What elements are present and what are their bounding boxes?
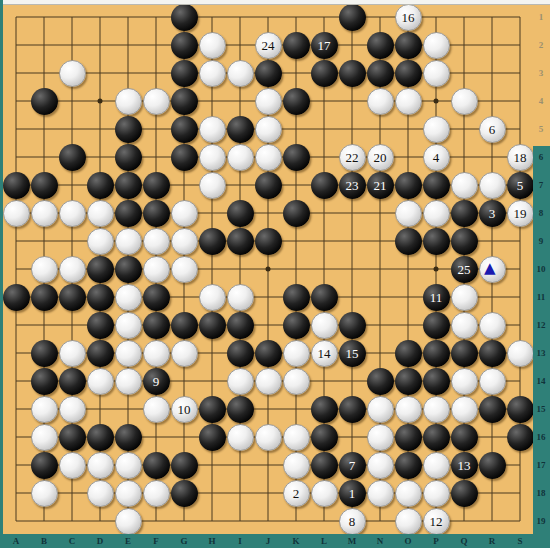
row-label-18: 18 [537, 488, 546, 498]
black-stone-K4 [283, 88, 310, 115]
black-stone-P13 [423, 340, 450, 367]
col-label-A: A [13, 536, 20, 546]
black-stone-P12 [423, 312, 450, 339]
frame-top-border [0, 0, 550, 5]
col-label-H: H [208, 536, 215, 546]
black-stone-H15 [199, 396, 226, 423]
move-number-label: 5 [517, 178, 524, 191]
col-label-P: P [433, 536, 439, 546]
move-number-label: 21 [374, 178, 387, 191]
black-stone-G3 [171, 60, 198, 87]
move-number-label: 18 [514, 150, 527, 163]
black-stone-N14 [367, 368, 394, 395]
black-stone-O2 [395, 32, 422, 59]
white-stone-L18 [311, 480, 338, 507]
white-stone-R5: 6 [479, 116, 506, 143]
black-stone-G17 [171, 452, 198, 479]
white-stone-K14 [283, 368, 310, 395]
move-number-label: 17 [318, 38, 331, 51]
black-stone-C16 [59, 424, 86, 451]
col-label-N: N [377, 536, 384, 546]
black-stone-L17 [311, 452, 338, 479]
right-coordinate-strip [533, 146, 550, 534]
row-label-15: 15 [537, 404, 546, 414]
col-label-D: D [97, 536, 104, 546]
white-stone-I16 [227, 424, 254, 451]
white-stone-S6: 18 [507, 144, 534, 171]
black-stone-P11: 11 [423, 284, 450, 311]
white-stone-Q12 [451, 312, 478, 339]
white-stone-N6: 20 [367, 144, 394, 171]
black-stone-I5 [227, 116, 254, 143]
go-board[interactable]: 1624176222041823215319251114159107132181… [3, 5, 534, 534]
white-stone-I3 [227, 60, 254, 87]
white-stone-D17 [87, 452, 114, 479]
row-label-4: 4 [539, 96, 544, 106]
white-stone-G13 [171, 340, 198, 367]
black-stone-I15 [227, 396, 254, 423]
black-stone-S15 [507, 396, 534, 423]
white-stone-R7 [479, 172, 506, 199]
col-label-G: G [180, 536, 187, 546]
white-stone-G15: 10 [171, 396, 198, 423]
white-stone-H5 [199, 116, 226, 143]
black-stone-F17 [143, 452, 170, 479]
row-label-16: 16 [537, 432, 546, 442]
row-label-2: 2 [539, 40, 544, 50]
white-stone-H3 [199, 60, 226, 87]
col-label-I: I [238, 536, 242, 546]
col-label-M: M [348, 536, 357, 546]
white-stone-G8 [171, 200, 198, 227]
white-stone-N17 [367, 452, 394, 479]
white-stone-P3 [423, 60, 450, 87]
black-stone-D10 [87, 256, 114, 283]
move-number-label: 20 [374, 150, 387, 163]
white-stone-N18 [367, 480, 394, 507]
black-stone-R15 [479, 396, 506, 423]
move-number-label: 13 [458, 458, 471, 471]
white-stone-B15 [31, 396, 58, 423]
col-label-J: J [266, 536, 271, 546]
black-stone-S7: 5 [507, 172, 534, 199]
move-number-label: 4 [433, 150, 440, 163]
move-number-label: 2 [293, 486, 300, 499]
move-number-label: 9 [153, 374, 160, 387]
black-stone-N7: 21 [367, 172, 394, 199]
black-stone-B7 [31, 172, 58, 199]
black-stone-C14 [59, 368, 86, 395]
black-stone-Q17: 13 [451, 452, 478, 479]
move-number-label: 14 [318, 346, 331, 359]
white-stone-H7 [199, 172, 226, 199]
black-stone-G6 [171, 144, 198, 171]
white-stone-E9 [115, 228, 142, 255]
white-stone-D9 [87, 228, 114, 255]
row-label-17: 17 [537, 460, 546, 470]
white-stone-B18 [31, 480, 58, 507]
black-stone-F7 [143, 172, 170, 199]
row-label-7: 7 [539, 180, 544, 190]
white-stone-P19: 12 [423, 508, 450, 535]
white-stone-A8 [3, 200, 30, 227]
black-stone-J3 [255, 60, 282, 87]
white-stone-S8: 19 [507, 200, 534, 227]
row-label-10: 10 [537, 264, 546, 274]
white-stone-Q14 [451, 368, 478, 395]
move-number-label: 11 [430, 290, 443, 303]
black-stone-K8 [283, 200, 310, 227]
black-stone-E8 [115, 200, 142, 227]
black-stone-E5 [115, 116, 142, 143]
white-stone-O19 [395, 508, 422, 535]
black-stone-Q16 [451, 424, 478, 451]
frame-left-border [0, 0, 3, 548]
white-stone-J14 [255, 368, 282, 395]
black-stone-M3 [339, 60, 366, 87]
white-stone-P6: 4 [423, 144, 450, 171]
white-stone-J4 [255, 88, 282, 115]
row-label-14: 14 [537, 376, 546, 386]
white-stone-M6: 22 [339, 144, 366, 171]
move-number-label: 25 [458, 262, 471, 275]
white-stone-F4 [143, 88, 170, 115]
white-stone-D8 [87, 200, 114, 227]
move-number-label: 6 [489, 122, 496, 135]
black-stone-F14: 9 [143, 368, 170, 395]
black-stone-M1 [339, 4, 366, 31]
white-stone-F18 [143, 480, 170, 507]
black-stone-G2 [171, 32, 198, 59]
white-stone-P5 [423, 116, 450, 143]
black-stone-G4 [171, 88, 198, 115]
black-stone-O7 [395, 172, 422, 199]
white-stone-F15 [143, 396, 170, 423]
black-stone-B17 [31, 452, 58, 479]
white-stone-Q15 [451, 396, 478, 423]
black-stone-L7 [311, 172, 338, 199]
black-stone-D16 [87, 424, 114, 451]
white-stone-O4 [395, 88, 422, 115]
black-stone-Q9 [451, 228, 478, 255]
black-stone-O3 [395, 60, 422, 87]
black-stone-H12 [199, 312, 226, 339]
white-stone-K16 [283, 424, 310, 451]
white-stone-F9 [143, 228, 170, 255]
white-stone-E18 [115, 480, 142, 507]
row-label-3: 3 [539, 68, 544, 78]
black-stone-E6 [115, 144, 142, 171]
black-stone-Q8 [451, 200, 478, 227]
black-stone-P14 [423, 368, 450, 395]
col-label-O: O [404, 536, 411, 546]
white-stone-D14 [87, 368, 114, 395]
col-label-L: L [321, 536, 327, 546]
black-stone-R8: 3 [479, 200, 506, 227]
white-stone-B16 [31, 424, 58, 451]
white-stone-N15 [367, 396, 394, 423]
row-label-12: 12 [537, 320, 546, 330]
black-stone-K6 [283, 144, 310, 171]
black-stone-J7 [255, 172, 282, 199]
white-stone-I14 [227, 368, 254, 395]
white-stone-L13: 14 [311, 340, 338, 367]
black-stone-J13 [255, 340, 282, 367]
white-stone-B10 [31, 256, 58, 283]
black-stone-R17 [479, 452, 506, 479]
black-stone-B4 [31, 88, 58, 115]
white-stone-H11 [199, 284, 226, 311]
white-stone-I6 [227, 144, 254, 171]
row-label-6: 6 [539, 152, 544, 162]
col-label-Q: Q [460, 536, 467, 546]
black-stone-M7: 23 [339, 172, 366, 199]
black-stone-H9 [199, 228, 226, 255]
black-stone-I9 [227, 228, 254, 255]
black-stone-Q10: 25 [451, 256, 478, 283]
white-stone-O1: 16 [395, 4, 422, 31]
white-stone-B8 [31, 200, 58, 227]
move-number-label: 8 [349, 514, 356, 527]
white-stone-E17 [115, 452, 142, 479]
black-stone-M12 [339, 312, 366, 339]
white-stone-C13 [59, 340, 86, 367]
black-stone-K2 [283, 32, 310, 59]
black-stone-D7 [87, 172, 114, 199]
white-stone-E14 [115, 368, 142, 395]
row-label-1: 1 [539, 12, 544, 22]
move-number-label: 3 [489, 206, 496, 219]
white-stone-R14 [479, 368, 506, 395]
white-stone-P8 [423, 200, 450, 227]
black-stone-L3 [311, 60, 338, 87]
row-label-13: 13 [537, 348, 546, 358]
black-stone-M17: 7 [339, 452, 366, 479]
black-stone-L11 [311, 284, 338, 311]
white-stone-Q11 [451, 284, 478, 311]
black-stone-P16 [423, 424, 450, 451]
black-stone-K11 [283, 284, 310, 311]
black-stone-C6 [59, 144, 86, 171]
black-stone-F12 [143, 312, 170, 339]
black-stone-E10 [115, 256, 142, 283]
col-label-S: S [517, 536, 522, 546]
white-stone-K13 [283, 340, 310, 367]
black-stone-G1 [171, 4, 198, 31]
white-stone-F10 [143, 256, 170, 283]
black-stone-G18 [171, 480, 198, 507]
col-label-E: E [125, 536, 131, 546]
black-stone-D12 [87, 312, 114, 339]
black-stone-N2 [367, 32, 394, 59]
black-stone-N3 [367, 60, 394, 87]
white-stone-P18 [423, 480, 450, 507]
black-stone-L15 [311, 396, 338, 423]
white-stone-O15 [395, 396, 422, 423]
black-stone-F8 [143, 200, 170, 227]
white-stone-G9 [171, 228, 198, 255]
white-stone-K18: 2 [283, 480, 310, 507]
black-stone-M13: 15 [339, 340, 366, 367]
black-stone-P9 [423, 228, 450, 255]
black-stone-E16 [115, 424, 142, 451]
white-stone-E19 [115, 508, 142, 535]
black-stone-O14 [395, 368, 422, 395]
white-stone-Q7 [451, 172, 478, 199]
move-number-label: 24 [262, 38, 275, 51]
white-stone-H2 [199, 32, 226, 59]
white-stone-Q4 [451, 88, 478, 115]
white-stone-H6 [199, 144, 226, 171]
row-label-5: 5 [539, 124, 544, 134]
go-board-screenshot: 1624176222041823215319251114159107132181… [0, 0, 550, 548]
move-number-label: 1 [349, 486, 356, 499]
white-stone-J5 [255, 116, 282, 143]
black-stone-D11 [87, 284, 114, 311]
black-stone-B14 [31, 368, 58, 395]
white-stone-C3 [59, 60, 86, 87]
white-stone-E13 [115, 340, 142, 367]
black-stone-F11 [143, 284, 170, 311]
white-stone-J16 [255, 424, 282, 451]
black-stone-J9 [255, 228, 282, 255]
black-stone-O17 [395, 452, 422, 479]
white-stone-C8 [59, 200, 86, 227]
white-stone-D18 [87, 480, 114, 507]
white-stone-J2: 24 [255, 32, 282, 59]
move-number-label: 15 [346, 346, 359, 359]
black-stone-A11 [3, 284, 30, 311]
row-label-9: 9 [539, 236, 544, 246]
black-stone-O9 [395, 228, 422, 255]
move-number-label: 19 [514, 206, 527, 219]
white-stone-J6 [255, 144, 282, 171]
col-label-R: R [489, 536, 496, 546]
black-stone-D13 [87, 340, 114, 367]
white-stone-K17 [283, 452, 310, 479]
move-number-label: 23 [346, 178, 359, 191]
white-stone-E4 [115, 88, 142, 115]
white-stone-C17 [59, 452, 86, 479]
row-label-8: 8 [539, 208, 544, 218]
white-stone-G10 [171, 256, 198, 283]
black-stone-Q13 [451, 340, 478, 367]
white-stone-N16 [367, 424, 394, 451]
move-number-label: 7 [349, 458, 356, 471]
move-number-label: 22 [346, 150, 359, 163]
black-stone-H16 [199, 424, 226, 451]
black-stone-M15 [339, 396, 366, 423]
black-stone-L2: 17 [311, 32, 338, 59]
white-stone-C15 [59, 396, 86, 423]
black-stone-S16 [507, 424, 534, 451]
white-stone-P15 [423, 396, 450, 423]
black-stone-B11 [31, 284, 58, 311]
black-stone-P7 [423, 172, 450, 199]
white-stone-M19: 8 [339, 508, 366, 535]
triangle-marker: ▲ [484, 261, 496, 276]
black-stone-I8 [227, 200, 254, 227]
black-stone-I13 [227, 340, 254, 367]
black-stone-O16 [395, 424, 422, 451]
white-stone-C10 [59, 256, 86, 283]
row-label-11: 11 [537, 292, 546, 302]
black-stone-C11 [59, 284, 86, 311]
black-stone-E7 [115, 172, 142, 199]
row-label-19: 19 [537, 516, 546, 526]
white-stone-L12 [311, 312, 338, 339]
white-stone-S13 [507, 340, 534, 367]
black-stone-G12 [171, 312, 198, 339]
white-stone-O18 [395, 480, 422, 507]
black-stone-A7 [3, 172, 30, 199]
move-number-label: 12 [430, 514, 443, 527]
black-stone-K12 [283, 312, 310, 339]
black-stone-Q18 [451, 480, 478, 507]
col-label-C: C [69, 536, 76, 546]
black-stone-I12 [227, 312, 254, 339]
white-stone-F13 [143, 340, 170, 367]
col-label-B: B [41, 536, 47, 546]
black-stone-M18: 1 [339, 480, 366, 507]
move-number-label: 16 [402, 10, 415, 23]
white-stone-E12 [115, 312, 142, 339]
col-label-K: K [292, 536, 299, 546]
black-stone-L16 [311, 424, 338, 451]
white-stone-P2 [423, 32, 450, 59]
white-stone-O8 [395, 200, 422, 227]
white-stone-R12 [479, 312, 506, 339]
black-stone-R13 [479, 340, 506, 367]
black-stone-B13 [31, 340, 58, 367]
black-stone-G5 [171, 116, 198, 143]
white-stone-E11 [115, 284, 142, 311]
white-stone-N4 [367, 88, 394, 115]
col-label-F: F [153, 536, 159, 546]
white-stone-P17 [423, 452, 450, 479]
white-stone-I11 [227, 284, 254, 311]
move-number-label: 10 [178, 402, 191, 415]
black-stone-O13 [395, 340, 422, 367]
